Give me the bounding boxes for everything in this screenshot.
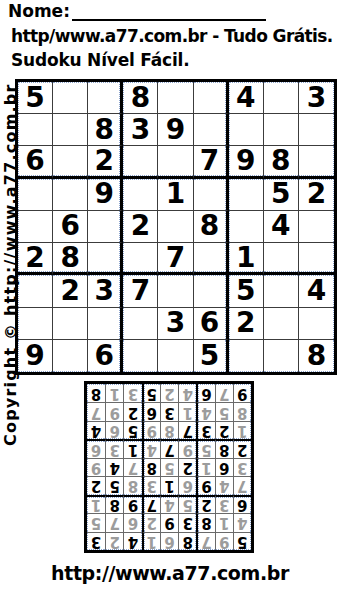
solution-cell-r2c8: 7 — [105, 513, 123, 531]
puzzle-cell-r4c2[interactable] — [53, 179, 88, 211]
solution-cell-r8c3: 4 — [196, 402, 214, 420]
puzzle-cell-r2c8[interactable] — [264, 114, 299, 146]
solution-cell-r1c2: 9 — [215, 532, 233, 550]
puzzle-cell-r8c6: 6 — [194, 308, 229, 340]
solution-cell-r1c9: 3 — [87, 532, 105, 550]
puzzle-cell-r2c9[interactable] — [299, 114, 334, 146]
puzzle-cell-r5c3[interactable] — [88, 211, 123, 243]
solution-cell-r7c4: 7 — [178, 421, 196, 439]
puzzle-cell-r9c5[interactable] — [158, 340, 193, 372]
solution-cell-r8c8: 9 — [105, 402, 123, 420]
puzzle-cell-r6c2: 8 — [53, 243, 88, 275]
sudoku-solution-grid: 5978614234183926756325479817496138523612… — [84, 381, 254, 553]
solution-cell-r5c9: 9 — [87, 458, 105, 476]
puzzle-cell-r5c2: 6 — [53, 211, 88, 243]
puzzle-cell-r9c1: 9 — [18, 340, 53, 372]
solution-cell-r6c2: 8 — [215, 439, 233, 457]
puzzle-cell-r2c4: 3 — [123, 114, 158, 146]
solution-cell-r3c7: 9 — [123, 495, 141, 513]
solution-cell-r2c3: 8 — [196, 513, 214, 531]
puzzle-cell-r7c6[interactable] — [194, 275, 229, 307]
puzzle-cell-r3c6: 7 — [194, 146, 229, 178]
puzzle-cell-r5c5[interactable] — [158, 211, 193, 243]
puzzle-cell-r2c6[interactable] — [194, 114, 229, 146]
solution-cell-r5c5: 5 — [160, 458, 178, 476]
solution-cell-r8c5: 3 — [160, 402, 178, 420]
puzzle-cell-r2c2[interactable] — [53, 114, 88, 146]
solution-cell-r6c5: 7 — [160, 439, 178, 457]
solution-cell-r7c8: 6 — [105, 421, 123, 439]
puzzle-cell-r6c3[interactable] — [88, 243, 123, 275]
solution-cell-r6c1: 2 — [233, 439, 251, 457]
puzzle-cell-r7c7: 5 — [229, 275, 264, 307]
puzzle-cell-r4c9: 2 — [299, 179, 334, 211]
solution-cell-r7c1: 1 — [233, 421, 251, 439]
puzzle-cell-r8c4[interactable] — [123, 308, 158, 340]
solution-cell-r4c8: 5 — [105, 476, 123, 494]
puzzle-cell-r8c7: 2 — [229, 308, 264, 340]
solution-cell-r7c2: 2 — [215, 421, 233, 439]
puzzle-cell-r7c1[interactable] — [18, 275, 53, 307]
solution-cell-r1c4: 8 — [178, 532, 196, 550]
puzzle-cell-r1c7: 4 — [229, 82, 264, 114]
puzzle-cell-r4c7[interactable] — [229, 179, 264, 211]
solution-cell-r2c9: 5 — [87, 513, 105, 531]
solution-cell-r9c7: 3 — [123, 384, 141, 402]
puzzle-cell-r8c3[interactable] — [88, 308, 123, 340]
solution-cell-r7c9: 4 — [87, 421, 105, 439]
solution-cell-r5c6: 8 — [142, 458, 160, 476]
puzzle-cell-r1c9: 3 — [299, 82, 334, 114]
puzzle-cell-r3c3: 2 — [88, 146, 123, 178]
solution-cell-r2c6: 2 — [142, 513, 160, 531]
solution-cell-r2c7: 6 — [123, 513, 141, 531]
puzzle-cell-r6c6[interactable] — [194, 243, 229, 275]
solution-cell-r7c3: 3 — [196, 421, 214, 439]
puzzle-cell-r1c4: 8 — [123, 82, 158, 114]
footer-url: http://www.a77.com.br — [0, 562, 340, 584]
solution-cell-r6c4: 9 — [178, 439, 196, 457]
puzzle-cell-r2c7[interactable] — [229, 114, 264, 146]
solution-cell-r6c8: 3 — [105, 439, 123, 457]
solution-cell-r2c1: 4 — [233, 513, 251, 531]
solution-cell-r1c7: 4 — [123, 532, 141, 550]
puzzle-cell-r8c1[interactable] — [18, 308, 53, 340]
puzzle-cell-r9c8[interactable] — [264, 340, 299, 372]
solution-cell-r9c5: 2 — [160, 384, 178, 402]
solution-cell-r4c2: 4 — [215, 476, 233, 494]
solution-cell-r1c8: 2 — [105, 532, 123, 550]
solution-cell-r4c7: 8 — [123, 476, 141, 494]
solution-cell-r2c5: 9 — [160, 513, 178, 531]
puzzle-cell-r9c3: 6 — [88, 340, 123, 372]
solution-cell-r2c2: 1 — [215, 513, 233, 531]
site-headline: http/www.a77.com.br - Tudo Grátis. — [11, 26, 333, 46]
puzzle-cell-r5c8: 4 — [264, 211, 299, 243]
solution-cell-r4c3: 9 — [196, 476, 214, 494]
puzzle-cell-r6c4[interactable] — [123, 243, 158, 275]
puzzle-cell-r3c8: 8 — [264, 146, 299, 178]
solution-cell-r8c2: 5 — [215, 402, 233, 420]
puzzle-cell-r8c8[interactable] — [264, 308, 299, 340]
puzzle-cell-r8c9[interactable] — [299, 308, 334, 340]
solution-cell-r1c1: 5 — [233, 532, 251, 550]
puzzle-cell-r7c4: 7 — [123, 275, 158, 307]
name-row: Nome: — [8, 1, 266, 21]
solution-cell-r6c9: 6 — [87, 439, 105, 457]
puzzle-cell-r9c6: 5 — [194, 340, 229, 372]
puzzle-cell-r4c5: 1 — [158, 179, 193, 211]
solution-cell-r5c7: 7 — [123, 458, 141, 476]
puzzle-cell-r6c7: 1 — [229, 243, 264, 275]
sudoku-worksheet-page: Nome: http/www.a77.com.br - Tudo Grátis.… — [0, 0, 340, 596]
solution-cell-r4c1: 7 — [233, 476, 251, 494]
solution-cell-r4c4: 6 — [178, 476, 196, 494]
solution-cell-r1c5: 6 — [160, 532, 178, 550]
solution-cell-r2c4: 3 — [178, 513, 196, 531]
name-label: Nome: — [8, 1, 70, 21]
solution-cell-r4c6: 3 — [142, 476, 160, 494]
puzzle-cell-r5c4: 2 — [123, 211, 158, 243]
solution-cell-r7c7: 5 — [123, 421, 141, 439]
puzzle-level-title: Sudoku Nível Fácil. — [11, 50, 189, 70]
puzzle-cell-r2c1[interactable] — [18, 114, 53, 146]
puzzle-cell-r7c2: 2 — [53, 275, 88, 307]
puzzle-cell-r3c7: 9 — [229, 146, 264, 178]
puzzle-cell-r5c1[interactable] — [18, 211, 53, 243]
solution-cell-r8c6: 6 — [142, 402, 160, 420]
puzzle-cell-r5c9[interactable] — [299, 211, 334, 243]
solution-cell-r3c6: 7 — [142, 495, 160, 513]
puzzle-cell-r5c6: 8 — [194, 211, 229, 243]
puzzle-cell-r9c4[interactable] — [123, 340, 158, 372]
solution-cell-r8c1: 8 — [233, 402, 251, 420]
solution-cell-r5c8: 4 — [105, 458, 123, 476]
solution-cell-r6c3: 5 — [196, 439, 214, 457]
solution-cell-r9c9: 8 — [87, 384, 105, 402]
solution-cell-r9c6: 5 — [142, 384, 160, 402]
puzzle-cell-r7c8[interactable] — [264, 275, 299, 307]
solution-cell-r8c4: 1 — [178, 402, 196, 420]
puzzle-cell-r6c1: 2 — [18, 243, 53, 275]
solution-cell-r1c3: 7 — [196, 532, 214, 550]
solution-cell-r7c6: 9 — [142, 421, 160, 439]
puzzle-cell-r6c5: 7 — [158, 243, 193, 275]
puzzle-cell-r5c7[interactable] — [229, 211, 264, 243]
puzzle-cell-r3c5[interactable] — [158, 146, 193, 178]
puzzle-cell-r1c2[interactable] — [53, 82, 88, 114]
solution-cell-r5c2: 6 — [215, 458, 233, 476]
solution-cell-r9c8: 1 — [105, 384, 123, 402]
solution-cell-r3c1: 6 — [233, 495, 251, 513]
puzzle-cell-r8c2[interactable] — [53, 308, 88, 340]
solution-cell-r5c1: 3 — [233, 458, 251, 476]
puzzle-cell-r4c8: 5 — [264, 179, 299, 211]
puzzle-cell-r1c5[interactable] — [158, 82, 193, 114]
solution-cell-r3c5: 4 — [160, 495, 178, 513]
puzzle-cell-r8c5: 3 — [158, 308, 193, 340]
solution-cell-r7c5: 8 — [160, 421, 178, 439]
puzzle-cell-r4c1[interactable] — [18, 179, 53, 211]
puzzle-cell-r1c8[interactable] — [264, 82, 299, 114]
solution-cell-r8c7: 2 — [123, 402, 141, 420]
solution-cell-r8c9: 7 — [87, 402, 105, 420]
solution-cell-r6c7: 1 — [123, 439, 141, 457]
solution-cell-r1c6: 1 — [142, 532, 160, 550]
puzzle-cell-r2c5: 9 — [158, 114, 193, 146]
puzzle-cell-r3c4[interactable] — [123, 146, 158, 178]
puzzle-cell-r1c6[interactable] — [194, 82, 229, 114]
puzzle-cell-r7c5[interactable] — [158, 275, 193, 307]
solution-cell-r9c3: 6 — [196, 384, 214, 402]
puzzle-cell-r7c3: 3 — [88, 275, 123, 307]
puzzle-cell-r9c9: 8 — [299, 340, 334, 372]
puzzle-cell-r9c7[interactable] — [229, 340, 264, 372]
puzzle-cell-r3c1: 6 — [18, 146, 53, 178]
solution-cell-r6c6: 4 — [142, 439, 160, 457]
sudoku-puzzle-grid: 584383962798915262842871237543629658 — [15, 79, 337, 375]
solution-cell-r9c4: 4 — [178, 384, 196, 402]
solution-cell-r9c2: 7 — [215, 384, 233, 402]
solution-cell-r4c9: 2 — [87, 476, 105, 494]
puzzle-cell-r6c9[interactable] — [299, 243, 334, 275]
puzzle-cell-r3c9[interactable] — [299, 146, 334, 178]
solution-cell-r5c4: 2 — [178, 458, 196, 476]
puzzle-cell-r4c6[interactable] — [194, 179, 229, 211]
solution-cell-r5c3: 1 — [196, 458, 214, 476]
puzzle-cell-r2c3: 8 — [88, 114, 123, 146]
puzzle-cell-r1c3[interactable] — [88, 82, 123, 114]
solution-cell-r3c8: 8 — [105, 495, 123, 513]
solution-cell-r3c3: 2 — [196, 495, 214, 513]
solution-cell-r3c9: 1 — [87, 495, 105, 513]
puzzle-cell-r7c9: 4 — [299, 275, 334, 307]
puzzle-cell-r4c4[interactable] — [123, 179, 158, 211]
solution-cell-r9c1: 9 — [233, 384, 251, 402]
puzzle-cell-r9c2[interactable] — [53, 340, 88, 372]
puzzle-cell-r3c2[interactable] — [53, 146, 88, 178]
solution-cell-r4c5: 1 — [160, 476, 178, 494]
puzzle-cell-r4c3: 9 — [88, 179, 123, 211]
copyright-vertical-text: Copyright © http://www.a77.com.br — [1, 86, 19, 446]
puzzle-cell-r1c1: 5 — [18, 82, 53, 114]
name-underline — [72, 1, 266, 21]
solution-cell-r3c2: 3 — [215, 495, 233, 513]
puzzle-cell-r6c8[interactable] — [264, 243, 299, 275]
solution-cell-r3c4: 5 — [178, 495, 196, 513]
